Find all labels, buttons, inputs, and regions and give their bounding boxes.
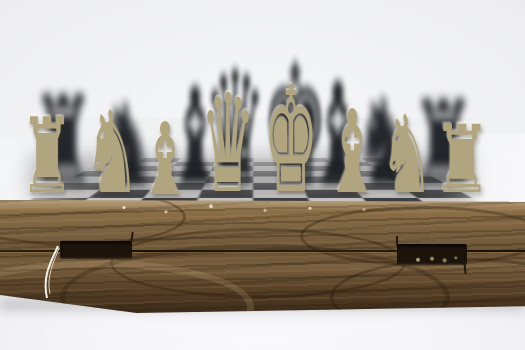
loose-thread — [36, 242, 70, 306]
background-row-shadow — [30, 156, 470, 198]
clasp-mortise-right — [397, 244, 467, 265]
clasp-mortise-left — [60, 241, 132, 259]
wood-crack — [396, 236, 398, 246]
chess-photo-scene: ♜ ♞ ♝ ♛ ♚ ♝ ♞ ♜ ♜ ♞ ♝ ♛ ♚ ♝ ♞ ♜ — [0, 0, 525, 350]
wooden-box-front — [0, 200, 525, 313]
